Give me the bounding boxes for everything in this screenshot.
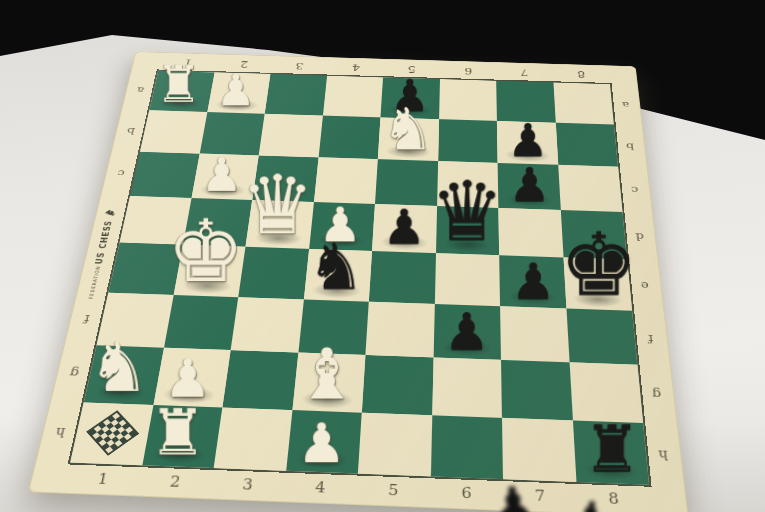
label-top-7: 7 (495, 64, 552, 81)
square-e2[interactable]: ♚ (173, 245, 245, 297)
black-queen-d6[interactable]: ♛ (430, 171, 504, 253)
square-e6[interactable] (434, 253, 500, 306)
label-right-b: b (615, 124, 644, 167)
square-a4[interactable] (322, 76, 383, 117)
white-pawn-a2[interactable]: ♟ (216, 68, 255, 112)
square-c1[interactable] (130, 152, 199, 198)
label-right-f: f (634, 311, 667, 366)
label-top-8: 8 (552, 66, 610, 83)
label-bottom-1: 1 (63, 464, 141, 493)
chess-board-mat: 12345678 12345678 abcfgh abcdefgh ♞ US C… (27, 51, 688, 512)
square-f2[interactable] (163, 295, 238, 351)
square-g3[interactable] (222, 350, 298, 410)
square-a3[interactable] (264, 74, 326, 115)
label-top-1: 1 (158, 54, 217, 71)
label-right-g: g (639, 365, 674, 424)
square-d7[interactable] (498, 208, 563, 258)
square-e8[interactable]: ♚ (563, 257, 632, 310)
label-bottom-5: 5 (355, 476, 429, 505)
square-c7[interactable]: ♟ (497, 163, 560, 210)
chess-board: ♜♟♟♞♟♟♟♛♟♟♛♚♞♟♚♟♞♟♝♜♟♜ (70, 71, 649, 485)
square-f3[interactable] (230, 297, 303, 353)
square-a1[interactable]: ♜ (149, 71, 214, 112)
black-pawn-b7[interactable]: ♟ (507, 117, 548, 162)
label-left-h: h (38, 401, 81, 463)
square-d6[interactable]: ♛ (435, 206, 499, 256)
square-h5[interactable] (357, 412, 431, 476)
white-knight-b5[interactable]: ♞ (381, 100, 433, 158)
label-left-a: a (124, 70, 156, 110)
square-b6[interactable] (437, 119, 497, 163)
square-g6[interactable] (431, 357, 501, 417)
white-pawn-c2[interactable]: ♟ (201, 151, 243, 197)
square-b3[interactable] (258, 114, 322, 158)
square-c8[interactable] (557, 165, 622, 212)
black-king-e8[interactable]: ♚ (559, 221, 637, 308)
black-pawn-d5[interactable]: ♟ (382, 203, 425, 251)
square-h1[interactable] (70, 402, 153, 465)
square-h7[interactable] (501, 417, 575, 481)
captured-black-pawn-2[interactable]: ♟ (569, 493, 611, 512)
square-e5[interactable] (368, 251, 435, 304)
square-g4[interactable]: ♝ (291, 353, 364, 413)
square-e4[interactable]: ♞ (303, 249, 372, 301)
square-e7[interactable]: ♟ (499, 255, 566, 308)
square-h8[interactable]: ♜ (572, 420, 649, 485)
square-f8[interactable] (565, 308, 636, 365)
white-knight-g1[interactable]: ♞ (88, 333, 149, 401)
square-g7[interactable] (500, 360, 571, 420)
square-h3[interactable] (213, 407, 291, 471)
label-bottom-4: 4 (282, 473, 357, 502)
square-f7[interactable] (500, 306, 569, 362)
captured-black-pawn-1[interactable]: ♟ (490, 478, 538, 512)
white-king-e2[interactable]: ♚ (167, 208, 244, 294)
square-b5[interactable]: ♞ (377, 117, 438, 161)
photo-scene: 12345678 12345678 abcfgh abcdefgh ♞ US C… (0, 0, 765, 512)
square-a8[interactable] (553, 82, 614, 124)
square-h4[interactable]: ♟ (285, 410, 361, 474)
label-top-5: 5 (383, 61, 440, 78)
square-b1[interactable] (140, 110, 207, 153)
black-knight-e4[interactable]: ♞ (307, 235, 364, 299)
label-bottom-3: 3 (209, 470, 285, 499)
square-g5[interactable] (361, 355, 432, 415)
white-queen-d3[interactable]: ♛ (240, 165, 313, 247)
label-top-6: 6 (439, 62, 496, 79)
label-top-3: 3 (270, 57, 328, 74)
square-a2[interactable]: ♟ (207, 72, 270, 113)
label-top-4: 4 (326, 59, 383, 76)
black-pawn-c7[interactable]: ♟ (508, 161, 550, 208)
label-right-h: h (645, 423, 681, 486)
label-right-c: c (619, 167, 649, 213)
square-f6[interactable]: ♟ (433, 304, 501, 360)
black-pawn-e7[interactable]: ♟ (510, 256, 555, 306)
square-d5[interactable]: ♟ (372, 204, 437, 253)
square-f5[interactable] (365, 301, 434, 357)
square-d3[interactable]: ♛ (245, 200, 313, 249)
square-e3[interactable] (238, 247, 308, 299)
label-right-a: a (611, 84, 639, 125)
square-b8[interactable] (555, 122, 618, 166)
square-h2[interactable]: ♜ (141, 404, 222, 468)
label-top-2: 2 (214, 56, 272, 73)
white-rook-h2[interactable]: ♜ (149, 401, 206, 465)
square-b4[interactable] (318, 115, 380, 159)
square-h6[interactable] (430, 415, 503, 479)
black-rook-h8[interactable]: ♜ (583, 417, 641, 481)
white-bishop-g4[interactable]: ♝ (295, 339, 358, 409)
label-bottom-2: 2 (136, 467, 213, 496)
square-a6[interactable] (438, 79, 496, 121)
black-pawn-f6[interactable]: ♟ (444, 306, 490, 357)
white-pawn-h4[interactable]: ♟ (297, 415, 346, 470)
us-chess-diamond-logo (85, 410, 138, 456)
